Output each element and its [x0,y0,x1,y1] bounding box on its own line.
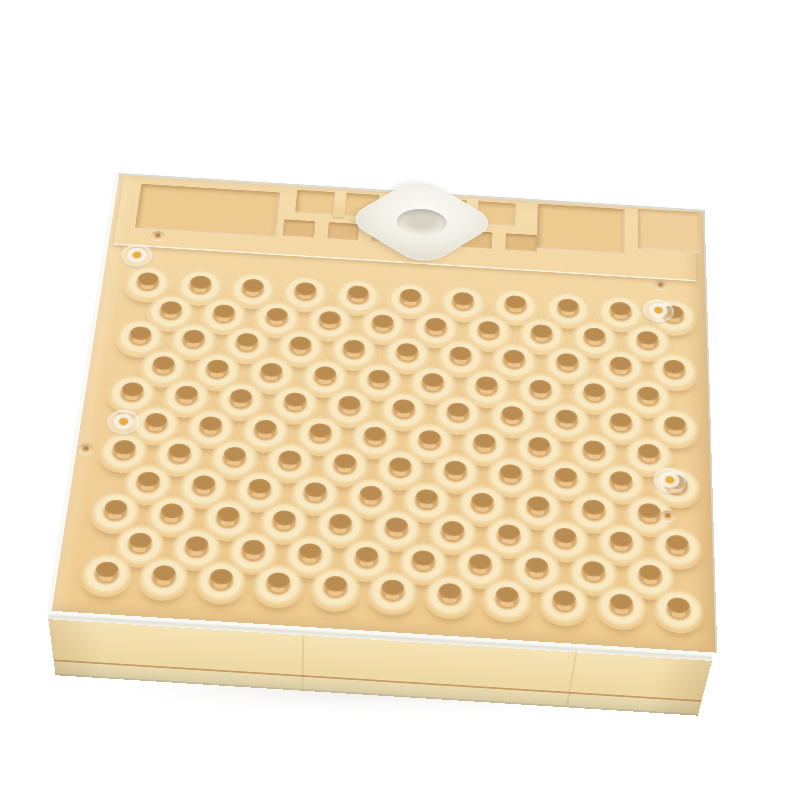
cell-hole [652,588,705,636]
product-photo [0,0,800,800]
box-tilt-wrapper [44,20,749,724]
cell-hole-grid [52,175,716,653]
corner-hole [654,280,668,290]
cell-cup-box [86,20,786,718]
cell-cup-deck [49,173,717,653]
corner-hole [660,510,675,521]
